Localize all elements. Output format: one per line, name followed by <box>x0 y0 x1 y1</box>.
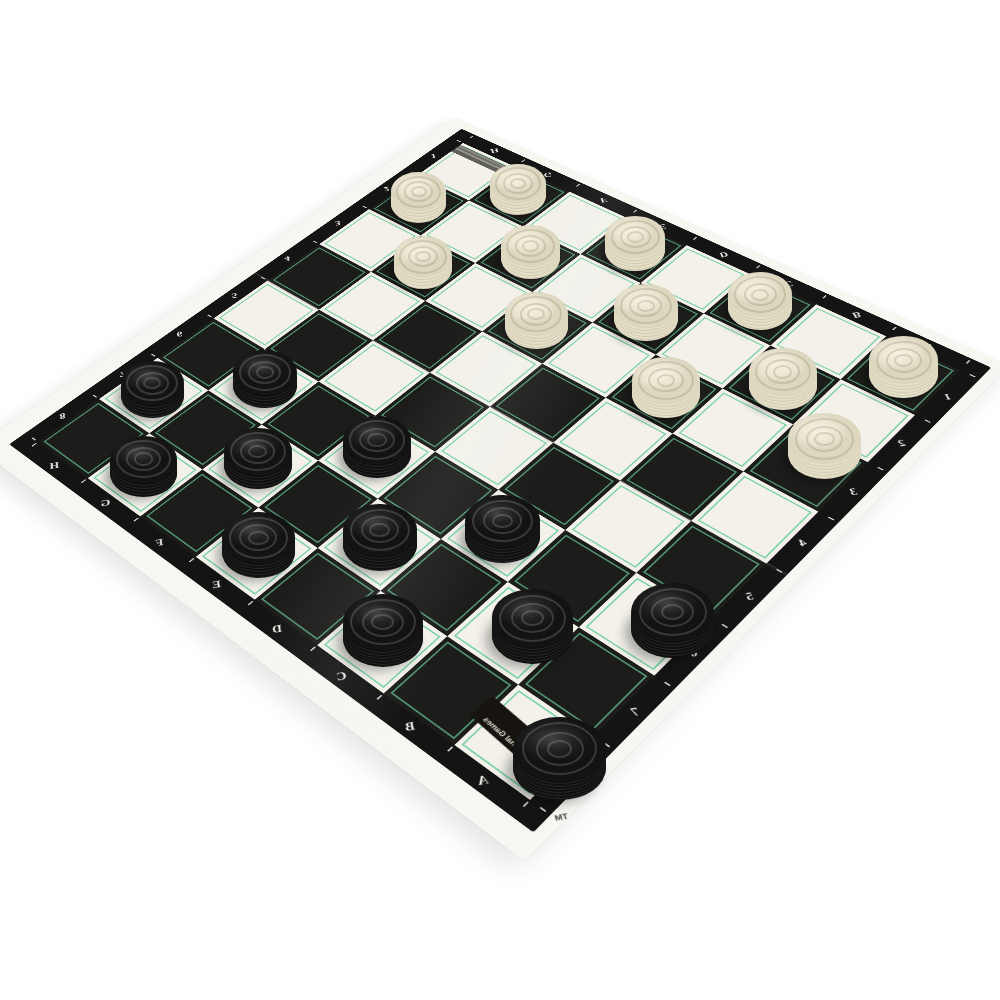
piece-white-F2[interactable] <box>501 225 560 266</box>
piece-white-B2[interactable] <box>749 348 817 396</box>
piece-groove-ring <box>248 445 267 458</box>
piece-black-D7[interactable] <box>343 504 417 556</box>
piece-groove-ring <box>527 308 545 320</box>
checkers-board-photo: AA11BB22CC33DD44EE55FF66GG77HH88 Traditi… <box>0 0 1000 1000</box>
piece-groove-ring <box>661 604 684 620</box>
piece-black-G8[interactable] <box>110 436 177 483</box>
piece-white-G3[interactable] <box>394 236 453 277</box>
piece-black-B7[interactable] <box>492 589 574 646</box>
piece-white-G1[interactable] <box>490 164 546 203</box>
piece-black-F7[interactable] <box>224 428 292 475</box>
piece-groove-ring <box>492 514 513 529</box>
piece-groove-ring <box>547 740 573 758</box>
piece-white-E3[interactable] <box>505 292 568 336</box>
piece-white-A3[interactable] <box>788 413 861 464</box>
piece-groove-ring <box>522 240 539 252</box>
piece-white-A1[interactable] <box>869 336 938 384</box>
piece-groove-ring <box>367 433 386 446</box>
piece-groove-ring <box>369 523 390 537</box>
piece-black-C6[interactable] <box>465 495 539 547</box>
piece-black-C8[interactable] <box>343 594 423 650</box>
pieces-layer <box>0 0 1000 1000</box>
piece-groove-ring <box>751 289 769 302</box>
piece-white-C1[interactable] <box>728 272 792 317</box>
piece-black-E8[interactable] <box>222 512 295 563</box>
piece-white-D2[interactable] <box>614 284 677 328</box>
piece-black-A6[interactable] <box>631 583 714 641</box>
piece-white-H2[interactable] <box>391 172 446 211</box>
piece-groove-ring <box>134 452 153 465</box>
piece-groove-ring <box>627 231 644 243</box>
piece-black-E6[interactable] <box>343 416 411 464</box>
piece-groove-ring <box>521 610 544 626</box>
piece-groove-ring <box>248 531 268 545</box>
piece-groove-ring <box>411 186 427 197</box>
piece-groove-ring <box>256 366 274 378</box>
piece-groove-ring <box>510 178 526 189</box>
piece-black-G6[interactable] <box>233 350 296 394</box>
piece-groove-ring <box>773 365 792 378</box>
piece-white-C3[interactable] <box>632 357 700 404</box>
piece-groove-ring <box>637 300 655 312</box>
piece-groove-ring <box>814 432 834 446</box>
piece-black-H7[interactable] <box>121 361 184 405</box>
piece-groove-ring <box>657 374 676 387</box>
piece-black-A8[interactable] <box>513 717 605 782</box>
piece-groove-ring <box>371 614 394 630</box>
piece-white-E1[interactable] <box>605 216 665 258</box>
